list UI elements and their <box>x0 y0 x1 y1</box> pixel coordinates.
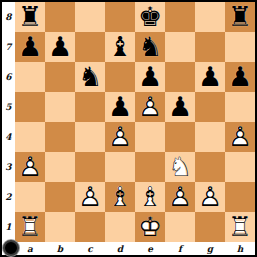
piece-white-bishop[interactable]: ♝♗ <box>105 182 135 212</box>
square-d8[interactable] <box>105 2 135 32</box>
white-pawn-outline-glyph: ♙ <box>105 122 135 152</box>
square-a5[interactable] <box>15 92 45 122</box>
white-king-outline-glyph: ♔ <box>135 212 165 242</box>
square-a4[interactable] <box>15 122 45 152</box>
square-d3[interactable] <box>105 152 135 182</box>
piece-white-pawn[interactable]: ♟♙ <box>75 182 105 212</box>
square-f5[interactable]: ♟ <box>165 92 195 122</box>
square-g3[interactable] <box>195 152 225 182</box>
square-f6[interactable] <box>165 62 195 92</box>
square-c4[interactable] <box>75 122 105 152</box>
file-label-h: h <box>225 242 255 255</box>
black-pawn-glyph: ♟ <box>195 62 225 92</box>
piece-white-pawn[interactable]: ♟♙ <box>165 182 195 212</box>
chess-board: ♜♚♜♟♟♝♞♞♟♟♟♟♟♙♟♟♙♟♙♟♙♞♘♟♙♝♗♝♗♟♙♟♙♜♖♚♔♜♖ <box>15 2 255 242</box>
square-g8[interactable] <box>195 2 225 32</box>
square-f8[interactable] <box>165 2 195 32</box>
square-b7[interactable]: ♟ <box>45 32 75 62</box>
black-pawn-glyph: ♟ <box>165 92 195 122</box>
rank-label-8: 8 <box>2 2 15 32</box>
square-a6[interactable] <box>15 62 45 92</box>
piece-black-pawn[interactable]: ♟ <box>105 92 135 122</box>
square-d4[interactable]: ♟♙ <box>105 122 135 152</box>
square-e7[interactable]: ♞ <box>135 32 165 62</box>
square-b3[interactable] <box>45 152 75 182</box>
square-h8[interactable]: ♜ <box>225 2 255 32</box>
white-pawn-outline-glyph: ♙ <box>165 182 195 212</box>
black-pawn-glyph: ♟ <box>135 62 165 92</box>
white-pawn-outline-glyph: ♙ <box>135 92 165 122</box>
piece-black-pawn[interactable]: ♟ <box>165 92 195 122</box>
square-c1[interactable] <box>75 212 105 242</box>
square-f2[interactable]: ♟♙ <box>165 182 195 212</box>
piece-white-pawn[interactable]: ♟♙ <box>195 182 225 212</box>
square-f4[interactable] <box>165 122 195 152</box>
square-g7[interactable] <box>195 32 225 62</box>
square-a2[interactable] <box>15 182 45 212</box>
piece-black-knight[interactable]: ♞ <box>75 62 105 92</box>
rank-labels: 87654321 <box>2 2 15 242</box>
rank-label-1: 1 <box>2 212 15 242</box>
square-e1[interactable]: ♚♔ <box>135 212 165 242</box>
square-h3[interactable] <box>225 152 255 182</box>
square-e2[interactable]: ♝♗ <box>135 182 165 212</box>
white-knight-outline-glyph: ♘ <box>165 152 195 182</box>
black-pawn-glyph: ♟ <box>225 62 255 92</box>
square-h5[interactable] <box>225 92 255 122</box>
square-b6[interactable] <box>45 62 75 92</box>
white-bishop-outline-glyph: ♗ <box>105 182 135 212</box>
piece-white-rook[interactable]: ♜♖ <box>15 212 45 242</box>
piece-black-pawn[interactable]: ♟ <box>225 62 255 92</box>
rank-label-5: 5 <box>2 92 15 122</box>
square-e4[interactable] <box>135 122 165 152</box>
bottom-left-margin <box>2 242 15 255</box>
square-b2[interactable] <box>45 182 75 212</box>
square-a3[interactable]: ♟♙ <box>15 152 45 182</box>
square-g2[interactable]: ♟♙ <box>195 182 225 212</box>
piece-black-pawn[interactable]: ♟ <box>135 62 165 92</box>
rank-label-4: 4 <box>2 122 15 152</box>
square-d5[interactable]: ♟ <box>105 92 135 122</box>
square-a7[interactable]: ♟ <box>15 32 45 62</box>
square-h6[interactable]: ♟ <box>225 62 255 92</box>
piece-black-pawn[interactable]: ♟ <box>195 62 225 92</box>
square-f1[interactable] <box>165 212 195 242</box>
piece-black-rook[interactable]: ♜ <box>225 2 255 32</box>
square-b5[interactable] <box>45 92 75 122</box>
piece-white-rook[interactable]: ♜♖ <box>225 212 255 242</box>
file-labels: abcdefgh <box>15 242 255 255</box>
square-b4[interactable] <box>45 122 75 152</box>
file-label-e: e <box>135 242 165 255</box>
square-g6[interactable]: ♟ <box>195 62 225 92</box>
white-pawn-outline-glyph: ♙ <box>75 182 105 212</box>
black-pawn-glyph: ♟ <box>45 32 75 62</box>
file-label-a: a <box>15 242 45 255</box>
piece-black-king[interactable]: ♚ <box>135 2 165 32</box>
piece-white-pawn[interactable]: ♟♙ <box>105 122 135 152</box>
rank-label-3: 3 <box>2 152 15 182</box>
square-e6[interactable]: ♟ <box>135 62 165 92</box>
square-d6[interactable] <box>105 62 135 92</box>
square-e5[interactable]: ♟♙ <box>135 92 165 122</box>
black-rook-glyph: ♜ <box>225 2 255 32</box>
piece-black-rook[interactable]: ♜ <box>15 2 45 32</box>
black-to-move-indicator <box>3 240 19 256</box>
square-b8[interactable] <box>45 2 75 32</box>
rank-label-2: 2 <box>2 182 15 212</box>
rank-label-7: 7 <box>2 32 15 62</box>
white-bishop-outline-glyph: ♗ <box>135 182 165 212</box>
piece-black-pawn[interactable]: ♟ <box>15 32 45 62</box>
piece-white-pawn[interactable]: ♟♙ <box>15 152 45 182</box>
black-rook-glyph: ♜ <box>15 2 45 32</box>
black-bishop-glyph: ♝ <box>105 32 135 62</box>
piece-black-bishop[interactable]: ♝ <box>105 32 135 62</box>
square-c6[interactable]: ♞ <box>75 62 105 92</box>
piece-black-knight[interactable]: ♞ <box>135 32 165 62</box>
white-rook-outline-glyph: ♖ <box>15 212 45 242</box>
file-label-d: d <box>105 242 135 255</box>
black-king-glyph: ♚ <box>135 2 165 32</box>
square-a8[interactable]: ♜ <box>15 2 45 32</box>
square-c2[interactable]: ♟♙ <box>75 182 105 212</box>
rank-label-6: 6 <box>2 62 15 92</box>
piece-white-king[interactable]: ♚♔ <box>135 212 165 242</box>
file-label-c: c <box>75 242 105 255</box>
square-c3[interactable] <box>75 152 105 182</box>
black-pawn-glyph: ♟ <box>15 32 45 62</box>
piece-white-knight[interactable]: ♞♘ <box>165 152 195 182</box>
square-c5[interactable] <box>75 92 105 122</box>
file-label-g: g <box>195 242 225 255</box>
white-pawn-outline-glyph: ♙ <box>15 152 45 182</box>
square-h2[interactable] <box>225 182 255 212</box>
piece-white-pawn[interactable]: ♟♙ <box>135 92 165 122</box>
square-g1[interactable] <box>195 212 225 242</box>
piece-white-pawn[interactable]: ♟♙ <box>225 122 255 152</box>
square-a1[interactable]: ♜♖ <box>15 212 45 242</box>
square-h7[interactable] <box>225 32 255 62</box>
square-c8[interactable] <box>75 2 105 32</box>
white-rook-outline-glyph: ♖ <box>225 212 255 242</box>
square-b1[interactable] <box>45 212 75 242</box>
square-d1[interactable] <box>105 212 135 242</box>
chess-diagram: 87654321 ♜♚♜♟♟♝♞♞♟♟♟♟♟♙♟♟♙♟♙♟♙♞♘♟♙♝♗♝♗♟♙… <box>0 0 257 257</box>
square-f3[interactable]: ♞♘ <box>165 152 195 182</box>
square-f7[interactable] <box>165 32 195 62</box>
square-c7[interactable] <box>75 32 105 62</box>
black-pawn-glyph: ♟ <box>105 92 135 122</box>
square-e8[interactable]: ♚ <box>135 2 165 32</box>
white-pawn-outline-glyph: ♙ <box>225 122 255 152</box>
file-label-b: b <box>45 242 75 255</box>
square-e3[interactable] <box>135 152 165 182</box>
square-d7[interactable]: ♝ <box>105 32 135 62</box>
square-g5[interactable] <box>195 92 225 122</box>
black-knight-glyph: ♞ <box>75 62 105 92</box>
white-pawn-outline-glyph: ♙ <box>195 182 225 212</box>
square-d2[interactable]: ♝♗ <box>105 182 135 212</box>
file-label-f: f <box>165 242 195 255</box>
square-h4[interactable]: ♟♙ <box>225 122 255 152</box>
square-g4[interactable] <box>195 122 225 152</box>
piece-white-bishop[interactable]: ♝♗ <box>135 182 165 212</box>
black-knight-glyph: ♞ <box>135 32 165 62</box>
piece-black-pawn[interactable]: ♟ <box>45 32 75 62</box>
square-h1[interactable]: ♜♖ <box>225 212 255 242</box>
